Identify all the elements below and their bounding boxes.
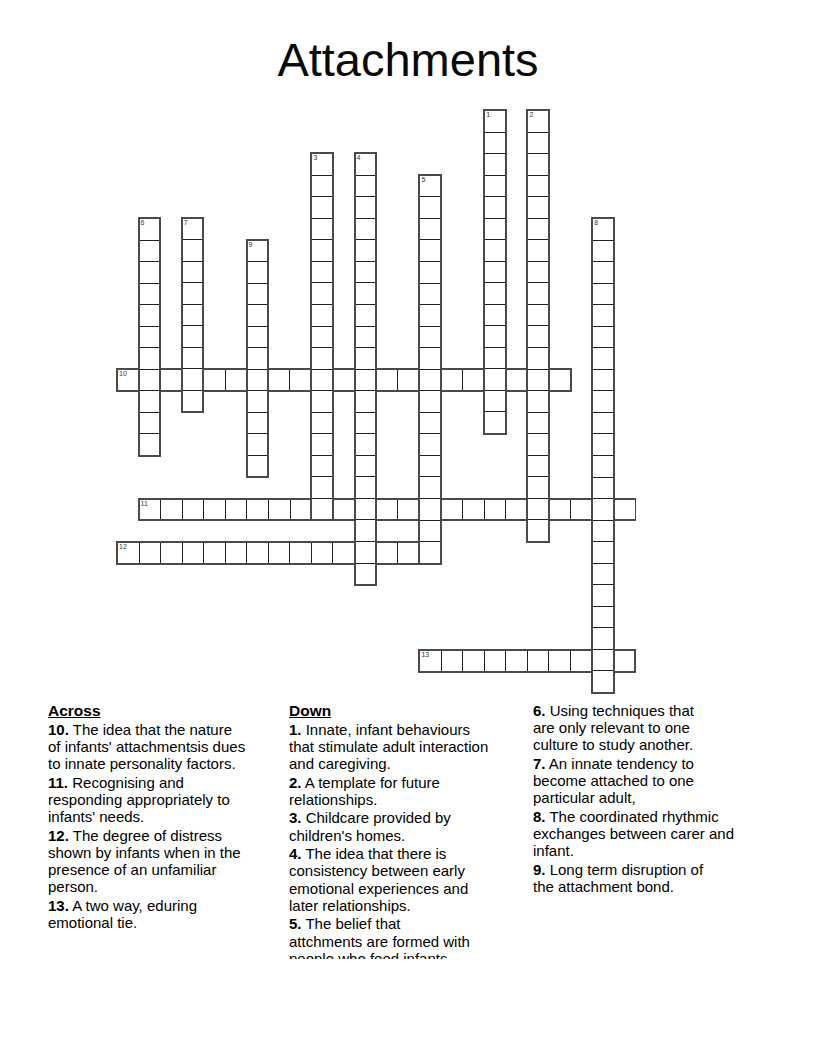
crossword-cell[interactable] — [140, 348, 160, 370]
crossword-cell[interactable] — [420, 456, 440, 478]
clue-number: 9. — [533, 861, 546, 878]
word-2-down: 2 — [526, 109, 550, 543]
crossword-cell[interactable] — [420, 521, 440, 543]
crossword-cell[interactable] — [442, 651, 464, 671]
crossword-cell[interactable] — [356, 499, 376, 521]
clue-across-12: 12. The degree of distress shown by infa… — [48, 827, 290, 896]
clue-text: An innate tendency to become attached to… — [533, 755, 694, 806]
crossword-cell[interactable] — [528, 133, 548, 155]
crossword-cell[interactable] — [441, 500, 463, 520]
crossword-cell[interactable] — [398, 370, 420, 390]
crossword-cell[interactable] — [528, 240, 548, 262]
crossword-cell[interactable] — [528, 154, 548, 176]
crossword-cell[interactable] — [593, 305, 613, 327]
crossword-cell[interactable] — [571, 500, 593, 520]
crossword-cell[interactable] — [140, 391, 160, 413]
crossword-cell[interactable]: 13 — [420, 651, 442, 671]
crossword-cell[interactable] — [226, 500, 248, 520]
clue-text: The degree of distress shown by infants … — [48, 827, 241, 895]
crossword-cell[interactable] — [528, 499, 548, 521]
crossword-cell[interactable] — [549, 651, 571, 671]
crossword-cell[interactable] — [593, 585, 613, 607]
crossword-cell[interactable] — [248, 434, 268, 456]
crossword-cell[interactable] — [593, 564, 613, 586]
word-11-across: 11 — [138, 498, 637, 522]
clue-text: Recognising and responding appropriately… — [48, 774, 230, 825]
crossword-cell[interactable]: 2 — [528, 111, 548, 133]
crossword-cell[interactable] — [204, 500, 226, 520]
word-5-down: 5 — [418, 174, 442, 565]
clue-section: Across 10. The idea that the nature of i… — [0, 702, 816, 959]
cell-number: 5 — [421, 176, 425, 184]
clue-down-8: 8. The coordinated rhythmic exchanges be… — [533, 808, 775, 859]
clue-number: 4. — [289, 845, 302, 862]
crossword-cell[interactable] — [356, 240, 376, 262]
crossword-cell[interactable] — [463, 500, 485, 520]
clue-down-9: 9. Long term disruption of the attachmen… — [533, 861, 775, 895]
crossword-cell[interactable] — [463, 651, 485, 671]
crossword-cell[interactable] — [356, 262, 376, 284]
clue-text: Using techniques that are only relevant … — [533, 702, 694, 753]
clue-number: 1. — [289, 721, 302, 738]
crossword-cell[interactable] — [248, 262, 268, 284]
crossword-cell[interactable] — [312, 262, 332, 284]
crossword-cell[interactable] — [420, 499, 440, 521]
cell-number: 3 — [313, 154, 317, 162]
clue-text: The idea that there is consistency betwe… — [289, 845, 468, 913]
crossword-cell[interactable] — [528, 305, 548, 327]
cell-number: 10 — [119, 370, 127, 378]
crossword-cell[interactable] — [506, 370, 528, 390]
crossword-cell[interactable] — [485, 283, 505, 305]
clue-number: 5. — [289, 915, 302, 932]
crossword-cell[interactable] — [183, 391, 203, 411]
crossword-cell[interactable] — [485, 348, 505, 370]
clue-text: Childcare provided by children's homes. — [289, 809, 451, 843]
cell-number: 2 — [529, 111, 533, 119]
crossword-cell[interactable] — [420, 219, 440, 241]
crossword-cell[interactable] — [140, 413, 160, 435]
clue-down-6: 6. Using techniques that are only releva… — [533, 702, 775, 753]
crossword-cell[interactable] — [204, 370, 226, 390]
crossword-cell[interactable] — [485, 154, 505, 176]
crossword-cell[interactable] — [183, 262, 203, 283]
crossword-cell[interactable] — [140, 370, 160, 392]
crossword-cell[interactable] — [183, 500, 205, 520]
crossword-cell[interactable] — [485, 305, 505, 327]
crossword-cell[interactable] — [183, 326, 203, 347]
crossword-cell[interactable] — [356, 283, 376, 305]
crossword-cell[interactable] — [356, 327, 376, 349]
crossword-cell[interactable] — [593, 327, 613, 349]
crossword-cell[interactable] — [593, 628, 613, 650]
across-heading: Across — [48, 702, 290, 719]
clue-down-7: 7. An innate tendency to become attached… — [533, 755, 775, 806]
crossword-cell[interactable] — [420, 262, 440, 284]
crossword-cell[interactable] — [269, 370, 291, 390]
crossword-cell[interactable] — [248, 327, 268, 349]
crossword-cell[interactable] — [140, 241, 160, 263]
cell-number: 7 — [184, 219, 188, 227]
clue-text: A two way, eduring emotional tie. — [48, 897, 197, 931]
crossword-cell[interactable]: 4 — [356, 154, 376, 176]
crossword-cell[interactable] — [398, 500, 420, 520]
crossword-cell[interactable] — [593, 650, 613, 672]
crossword-cell[interactable] — [140, 262, 160, 284]
crossword-cell[interactable] — [312, 197, 332, 219]
crossword-cell[interactable] — [356, 348, 376, 370]
crossword-cell[interactable] — [485, 651, 507, 671]
crossword-cell[interactable] — [593, 456, 613, 478]
crossword-cell[interactable]: 9 — [248, 241, 268, 263]
clue-down-2: 2. A template for future relationships. — [289, 774, 531, 808]
crossword-cell[interactable] — [420, 370, 440, 392]
crossword-cell[interactable] — [247, 543, 269, 563]
crossword-cell[interactable] — [356, 477, 376, 499]
crossword-cell[interactable] — [183, 283, 203, 304]
crossword-cell[interactable] — [312, 240, 332, 262]
crossword-cell[interactable] — [485, 412, 505, 433]
crossword-cell[interactable] — [485, 197, 505, 219]
clue-number: 10. — [48, 721, 69, 738]
crossword-cell[interactable] — [420, 434, 440, 456]
crossword-cell[interactable] — [226, 543, 248, 563]
crossword-cell[interactable] — [420, 348, 440, 370]
crossword-cell[interactable] — [269, 500, 291, 520]
crossword-cell[interactable] — [140, 305, 160, 327]
crossword-cell[interactable] — [248, 284, 268, 306]
crossword-cell[interactable] — [377, 370, 399, 390]
word-12-across: 12 — [116, 541, 442, 565]
crossword-cell[interactable]: 8 — [593, 219, 613, 241]
crossword-cell[interactable] — [356, 413, 376, 435]
crossword-cell[interactable] — [140, 543, 162, 563]
crossword-cell[interactable] — [248, 305, 268, 327]
crossword-cell[interactable] — [506, 651, 528, 671]
crossword-cell[interactable] — [528, 413, 548, 435]
crossword-cell[interactable] — [420, 413, 440, 435]
word-7-down: 7 — [181, 217, 205, 413]
crossword-cell[interactable] — [356, 219, 376, 241]
crossword-cell[interactable] — [161, 543, 183, 563]
crossword-cell[interactable] — [356, 197, 376, 219]
crossword-cell[interactable] — [356, 564, 376, 585]
crossword-cell[interactable] — [204, 543, 226, 563]
crossword-cell[interactable] — [528, 520, 548, 541]
crossword-cell[interactable] — [248, 370, 268, 392]
crossword-cell[interactable] — [183, 305, 203, 326]
crossword-cell[interactable]: 3 — [312, 154, 332, 176]
clue-text: A template for future relationships. — [289, 774, 440, 808]
crossword-cell[interactable] — [333, 543, 355, 563]
crossword-cell[interactable]: 5 — [420, 176, 440, 198]
crossword-cell[interactable] — [593, 499, 613, 521]
across-clue-column: Across 10. The idea that the nature of i… — [48, 702, 290, 933]
crossword-cell[interactable] — [312, 456, 332, 478]
crossword-cell[interactable] — [420, 391, 440, 413]
crossword-cell[interactable] — [485, 133, 505, 155]
crossword-cell[interactable] — [485, 500, 507, 520]
crossword-cell[interactable] — [356, 542, 376, 564]
crossword-cell[interactable] — [593, 521, 613, 543]
crossword-cell[interactable] — [614, 651, 635, 671]
crossword-cell[interactable] — [593, 434, 613, 456]
word-3-down: 3 — [310, 152, 334, 521]
crossword-cell[interactable] — [356, 305, 376, 327]
clue-down-1: 1. Innate, infant behaviours that stimul… — [289, 721, 531, 772]
cell-number: 1 — [486, 111, 490, 119]
clue-across-10: 10. The idea that the nature of infants'… — [48, 721, 290, 772]
crossword-cell[interactable] — [377, 500, 399, 520]
crossword-cell[interactable] — [140, 284, 160, 306]
crossword-cell[interactable]: 10 — [118, 370, 140, 390]
clue-number: 3. — [289, 809, 302, 826]
crossword-cell[interactable] — [161, 370, 183, 390]
cell-number: 6 — [141, 219, 145, 227]
crossword-cell[interactable] — [398, 543, 420, 563]
crossword-cell[interactable]: 1 — [485, 111, 505, 133]
crossword-cell[interactable] — [312, 219, 332, 241]
crossword-cell[interactable] — [356, 391, 376, 413]
crossword-cell[interactable] — [312, 434, 332, 456]
crossword-cell[interactable] — [248, 391, 268, 413]
crossword-cell[interactable] — [528, 176, 548, 198]
crossword-cell[interactable] — [614, 500, 635, 520]
crossword-cell[interactable] — [183, 543, 205, 563]
crossword-cell[interactable] — [312, 391, 332, 413]
crossword-cell[interactable] — [183, 369, 203, 390]
crossword-cell[interactable] — [485, 369, 505, 391]
crossword-cell[interactable] — [269, 543, 291, 563]
crossword-cell[interactable] — [183, 348, 203, 369]
word-1-down: 1 — [483, 109, 507, 435]
crossword-cell[interactable] — [593, 542, 613, 564]
crossword-cell[interactable] — [528, 434, 548, 456]
crossword-cell[interactable] — [528, 651, 550, 671]
crossword-cell[interactable] — [420, 197, 440, 219]
crossword-cell[interactable] — [506, 500, 528, 520]
crossword-cell[interactable] — [333, 370, 355, 390]
crossword-cell[interactable] — [593, 348, 613, 370]
cell-number: 8 — [594, 219, 598, 227]
down-heading: Down — [289, 702, 531, 719]
crossword-cell[interactable] — [485, 240, 505, 262]
crossword-cell[interactable] — [312, 477, 332, 499]
crossword-cell[interactable] — [593, 284, 613, 306]
crossword-cell[interactable] — [593, 370, 613, 392]
clue-number: 8. — [533, 808, 546, 825]
clue-number: 11. — [48, 774, 68, 791]
clue-text: The coordinated rhythmic exchanges betwe… — [533, 808, 734, 859]
down-clue-column-1: Down 1. Innate, infant behaviours that s… — [289, 702, 531, 959]
crossword-cell[interactable] — [463, 370, 485, 390]
crossword-grid: 10111213123456789 — [0, 0, 816, 700]
crossword-cell[interactable] — [356, 370, 376, 392]
crossword-cell[interactable] — [528, 370, 548, 392]
crossword-cell[interactable] — [312, 327, 332, 349]
crossword-cell[interactable] — [528, 456, 548, 478]
crossword-cell[interactable] — [593, 262, 613, 284]
crossword-cell[interactable] — [312, 499, 332, 520]
crossword-cell[interactable] — [485, 391, 505, 413]
clue-text: Innate, infant behaviours that stimulate… — [289, 721, 488, 772]
crossword-cell[interactable] — [593, 671, 613, 692]
crossword-cell[interactable] — [420, 327, 440, 349]
crossword-cell[interactable] — [441, 370, 463, 390]
clue-number: 12. — [48, 827, 69, 844]
cell-number: 13 — [421, 651, 429, 659]
crossword-cell[interactable] — [528, 391, 548, 413]
crossword-cell[interactable] — [420, 542, 440, 563]
crossword-cell[interactable] — [291, 500, 313, 520]
clue-text: Long term disruption of the attachment b… — [533, 861, 703, 895]
crossword-cell[interactable] — [593, 413, 613, 435]
crossword-cell[interactable] — [420, 240, 440, 262]
crossword-cell[interactable] — [485, 262, 505, 284]
crossword-cell[interactable] — [593, 607, 613, 629]
crossword-cell[interactable] — [356, 434, 376, 456]
word-8-down: 8 — [591, 217, 615, 694]
crossword-cell[interactable] — [140, 327, 160, 349]
clue-down-5: 5. The belief that attchments are formed… — [289, 915, 531, 959]
crossword-cell[interactable] — [571, 651, 593, 671]
crossword-cell[interactable] — [226, 370, 248, 390]
clue-number: 13. — [48, 897, 69, 914]
clue-text: The belief that attchments are formed wi… — [289, 915, 470, 959]
crossword-cell[interactable] — [528, 348, 548, 370]
clue-number: 7. — [533, 755, 546, 772]
crossword-cell[interactable]: 12 — [118, 543, 140, 563]
crossword-cell[interactable] — [312, 176, 332, 198]
crossword-cell[interactable] — [161, 500, 183, 520]
crossword-cell[interactable]: 7 — [183, 219, 203, 240]
crossword-cell[interactable]: 11 — [140, 500, 162, 520]
crossword-cell[interactable] — [356, 176, 376, 198]
crossword-cell[interactable] — [420, 477, 440, 499]
crossword-cell[interactable] — [247, 500, 269, 520]
clue-across-13: 13. A two way, eduring emotional tie. — [48, 897, 290, 931]
crossword-cell[interactable] — [140, 434, 160, 455]
crossword-cell[interactable] — [248, 348, 268, 370]
crossword-cell[interactable] — [485, 219, 505, 241]
clue-number: 6. — [533, 702, 546, 719]
crossword-cell[interactable] — [593, 391, 613, 413]
crossword-cell[interactable] — [183, 240, 203, 261]
cell-number: 12 — [119, 543, 127, 551]
crossword-cell[interactable] — [312, 283, 332, 305]
crossword-cell[interactable] — [485, 176, 505, 198]
crossword-cell[interactable]: 6 — [140, 219, 160, 241]
crossword-cell[interactable] — [549, 370, 570, 390]
crossword-cell[interactable] — [376, 543, 398, 563]
crossword-cell[interactable] — [420, 305, 440, 327]
crossword-cell[interactable] — [356, 520, 376, 542]
word-9-down: 9 — [246, 239, 270, 479]
crossword-cell[interactable] — [593, 478, 613, 500]
crossword-cell[interactable] — [312, 413, 332, 435]
crossword-cell[interactable] — [312, 348, 332, 370]
down-clue-column-2: 6. Using techniques that are only releva… — [533, 702, 775, 897]
crossword-cell[interactable] — [334, 500, 356, 520]
crossword-cell[interactable] — [528, 219, 548, 241]
crossword-cell[interactable] — [528, 477, 548, 499]
crossword-cell[interactable] — [312, 305, 332, 327]
crossword-cell[interactable] — [312, 370, 332, 392]
crossword-cell[interactable] — [420, 284, 440, 306]
crossword-cell[interactable] — [312, 543, 334, 563]
cell-number: 11 — [141, 500, 148, 508]
crossword-cell[interactable] — [528, 197, 548, 219]
crossword-cell[interactable] — [485, 326, 505, 348]
crossword-cell[interactable] — [528, 326, 548, 348]
crossword-cell[interactable] — [356, 456, 376, 478]
clue-down-3: 3. Childcare provided by children's home… — [289, 809, 531, 843]
crossword-cell[interactable] — [290, 543, 312, 563]
clue-down-4: 4. The idea that there is consistency be… — [289, 845, 531, 914]
word-4-down: 4 — [354, 152, 378, 586]
clue-across-11: 11. Recognising and responding appropria… — [48, 774, 290, 825]
cell-number: 9 — [249, 241, 253, 249]
crossword-cell[interactable] — [528, 283, 548, 305]
crossword-cell[interactable] — [248, 456, 268, 477]
cell-number: 4 — [357, 154, 361, 162]
crossword-cell[interactable] — [248, 413, 268, 435]
crossword-cell[interactable] — [290, 370, 312, 390]
clue-text: The idea that the nature of infants' att… — [48, 721, 245, 772]
word-6-down: 6 — [138, 217, 162, 457]
crossword-cell[interactable] — [549, 500, 571, 520]
clue-number: 2. — [289, 774, 302, 791]
crossword-cell[interactable] — [593, 241, 613, 263]
crossword-cell[interactable] — [528, 262, 548, 284]
worksheet-page: Attachments 10111213123456789 Across 10.… — [0, 0, 816, 1056]
